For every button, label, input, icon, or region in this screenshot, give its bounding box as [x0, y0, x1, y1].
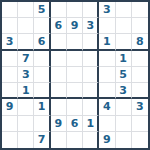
- cell-r7c7[interactable]: 4: [99, 99, 115, 115]
- cell-r7c3[interactable]: 1: [34, 99, 50, 115]
- cell-r5c3[interactable]: [34, 67, 50, 83]
- cell-r5c4[interactable]: [51, 67, 67, 83]
- cell-r8c5[interactable]: 6: [67, 116, 83, 132]
- cell-r1c9[interactable]: [132, 2, 148, 18]
- cell-r2c2[interactable]: [18, 18, 34, 34]
- cell-r7c4[interactable]: [51, 99, 67, 115]
- cell-r2c5[interactable]: 9: [67, 18, 83, 34]
- cell-r9c9[interactable]: [132, 132, 148, 148]
- cell-r8c6[interactable]: 1: [83, 116, 99, 132]
- cell-r4c9[interactable]: [132, 51, 148, 67]
- cell-r6c3[interactable]: [34, 83, 50, 99]
- cell-r1c4[interactable]: [51, 2, 67, 18]
- cell-r7c6[interactable]: [83, 99, 99, 115]
- cell-r3c4[interactable]: [51, 34, 67, 50]
- cell-r2c7[interactable]: [99, 18, 115, 34]
- cell-r4c3[interactable]: [34, 51, 50, 67]
- cell-r6c1[interactable]: [2, 83, 18, 99]
- cell-r6c5[interactable]: [67, 83, 83, 99]
- cell-r8c1[interactable]: [2, 116, 18, 132]
- cell-r7c1[interactable]: 9: [2, 99, 18, 115]
- cell-r2c1[interactable]: [2, 18, 18, 34]
- cell-r8c3[interactable]: [34, 116, 50, 132]
- cell-r5c1[interactable]: [2, 67, 18, 83]
- cell-r4c6[interactable]: [83, 51, 99, 67]
- cell-r7c2[interactable]: [18, 99, 34, 115]
- cell-r6c2[interactable]: 1: [18, 83, 34, 99]
- cell-r1c5[interactable]: [67, 2, 83, 18]
- cell-r7c8[interactable]: [116, 99, 132, 115]
- cell-r2c9[interactable]: [132, 18, 148, 34]
- cell-r6c4[interactable]: [51, 83, 67, 99]
- cell-r8c2[interactable]: [18, 116, 34, 132]
- cell-r1c7[interactable]: 3: [99, 2, 115, 18]
- cell-r1c8[interactable]: [116, 2, 132, 18]
- cell-r1c6[interactable]: [83, 2, 99, 18]
- cell-r9c4[interactable]: [51, 132, 67, 148]
- cell-r5c5[interactable]: [67, 67, 83, 83]
- cell-r7c9[interactable]: 3: [132, 99, 148, 115]
- cell-r4c7[interactable]: [99, 51, 115, 67]
- cell-r4c4[interactable]: [51, 51, 67, 67]
- cell-r5c6[interactable]: [83, 67, 99, 83]
- cell-r2c8[interactable]: [116, 18, 132, 34]
- cell-r5c9[interactable]: [132, 67, 148, 83]
- cell-r3c9[interactable]: 8: [132, 34, 148, 50]
- cell-r9c1[interactable]: [2, 132, 18, 148]
- cell-r8c8[interactable]: [116, 116, 132, 132]
- cell-r4c8[interactable]: 1: [116, 51, 132, 67]
- cell-r2c6[interactable]: 3: [83, 18, 99, 34]
- cell-r8c7[interactable]: [99, 116, 115, 132]
- cell-r2c4[interactable]: 6: [51, 18, 67, 34]
- cell-r3c8[interactable]: [116, 34, 132, 50]
- cell-r8c4[interactable]: 9: [51, 116, 67, 132]
- cell-r9c5[interactable]: [67, 132, 83, 148]
- cell-r5c2[interactable]: 3: [18, 67, 34, 83]
- cell-r3c7[interactable]: 1: [99, 34, 115, 50]
- cell-r3c2[interactable]: [18, 34, 34, 50]
- cell-r9c7[interactable]: 9: [99, 132, 115, 148]
- cell-r4c2[interactable]: 7: [18, 51, 34, 67]
- cell-r1c1[interactable]: [2, 2, 18, 18]
- cell-r7c5[interactable]: [67, 99, 83, 115]
- cell-r1c3[interactable]: 5: [34, 2, 50, 18]
- cell-r3c1[interactable]: 3: [2, 34, 18, 50]
- cell-r8c9[interactable]: [132, 116, 148, 132]
- cell-r9c6[interactable]: [83, 132, 99, 148]
- cell-r4c1[interactable]: [2, 51, 18, 67]
- cell-r6c8[interactable]: 3: [116, 83, 132, 99]
- cell-r4c5[interactable]: [67, 51, 83, 67]
- cell-r1c2[interactable]: [18, 2, 34, 18]
- cell-r6c7[interactable]: [99, 83, 115, 99]
- sudoku-board: 536933618713513914396179: [0, 0, 150, 150]
- cell-r6c6[interactable]: [83, 83, 99, 99]
- cell-r3c5[interactable]: [67, 34, 83, 50]
- cell-r5c8[interactable]: 5: [116, 67, 132, 83]
- cell-r3c3[interactable]: 6: [34, 34, 50, 50]
- cell-r3c6[interactable]: [83, 34, 99, 50]
- cell-r9c8[interactable]: [116, 132, 132, 148]
- cell-r5c7[interactable]: [99, 67, 115, 83]
- cell-r9c2[interactable]: [18, 132, 34, 148]
- cell-r9c3[interactable]: 7: [34, 132, 50, 148]
- cell-r6c9[interactable]: [132, 83, 148, 99]
- cell-r2c3[interactable]: [34, 18, 50, 34]
